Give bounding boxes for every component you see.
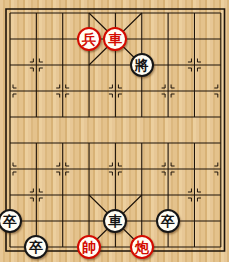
piece-black-soldier[interactable]: 卒 xyxy=(156,209,180,233)
piece-red-soldier[interactable]: 兵 xyxy=(77,27,101,51)
piece-black-chariot[interactable]: 車 xyxy=(103,209,127,233)
piece-black-soldier[interactable]: 卒 xyxy=(24,235,48,259)
piece-red-cannon[interactable]: 炮 xyxy=(130,235,154,259)
pieces-layer: 兵車將卒車卒卒帥炮 xyxy=(0,0,229,260)
piece-red-chariot[interactable]: 車 xyxy=(103,27,127,51)
piece-black-soldier[interactable]: 卒 xyxy=(0,209,22,233)
xiangqi-board: 兵車將卒車卒卒帥炮 xyxy=(0,0,229,262)
piece-red-general[interactable]: 帥 xyxy=(77,235,101,259)
piece-black-general[interactable]: 將 xyxy=(130,53,154,77)
